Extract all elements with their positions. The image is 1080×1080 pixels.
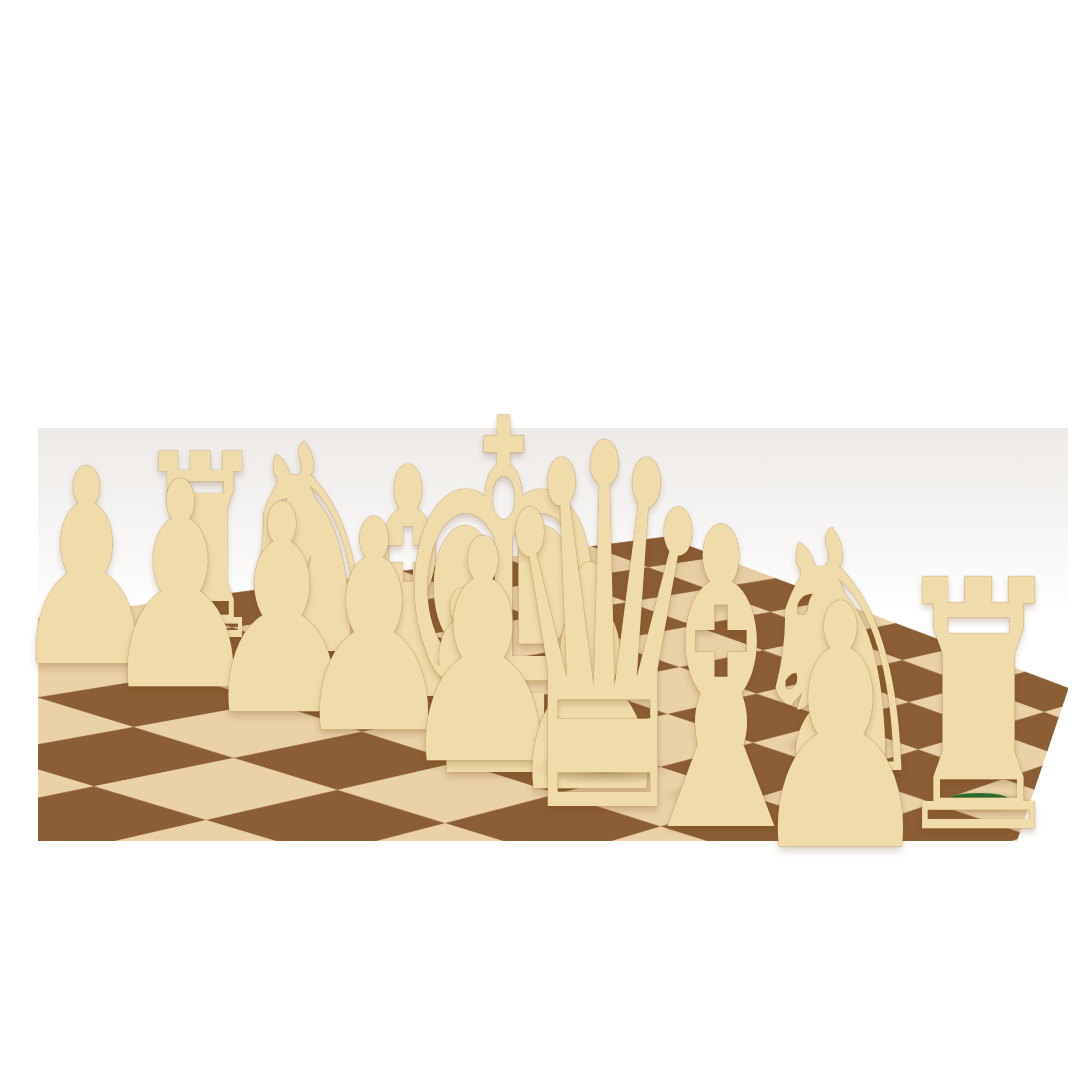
pawn-icon: ♟ — [736, 561, 945, 898]
piece-white-pawn-a2[interactable]: ♟ — [736, 561, 945, 831]
chess-set-photo: ♟♜♟♞♟♝♟♚♟♟♛♟♝♞♟♜ — [0, 0, 1080, 1080]
